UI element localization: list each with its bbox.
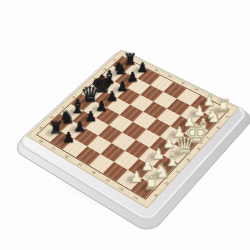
coordinate-label: 4 — [179, 81, 185, 85]
board-frame: abcdefgh abcdefgh 87654321 87654321 ♜♞♝♛… — [26, 50, 239, 209]
chess-set-product-photo: abcdefgh abcdefgh 87654321 87654321 ♜♞♝♛… — [0, 0, 250, 250]
coordinate-label: 5 — [166, 74, 172, 78]
coordinate-label: h — [224, 114, 231, 118]
coordinate-label: b — [162, 180, 169, 185]
piece-white-rook: ♜ — [142, 174, 160, 192]
piece-black-pawn: ♟ — [60, 130, 77, 144]
coordinate-label: d — [184, 157, 191, 162]
coordinate-label: 3 — [193, 88, 200, 92]
coordinate-label: c — [173, 169, 180, 174]
tilted-board-assembly: abcdefgh abcdefgh 87654321 87654321 ♜♞♝♛… — [26, 50, 239, 209]
coordinate-label: g — [214, 125, 221, 130]
coordinate-label: a — [151, 192, 158, 197]
coordinate-label: 7 — [50, 146, 57, 151]
perspective-scene: abcdefgh abcdefgh 87654321 87654321 ♜♞♝♛… — [0, 0, 250, 250]
coordinate-label: 8 — [37, 139, 44, 144]
coordinate-label: 6 — [153, 68, 159, 72]
